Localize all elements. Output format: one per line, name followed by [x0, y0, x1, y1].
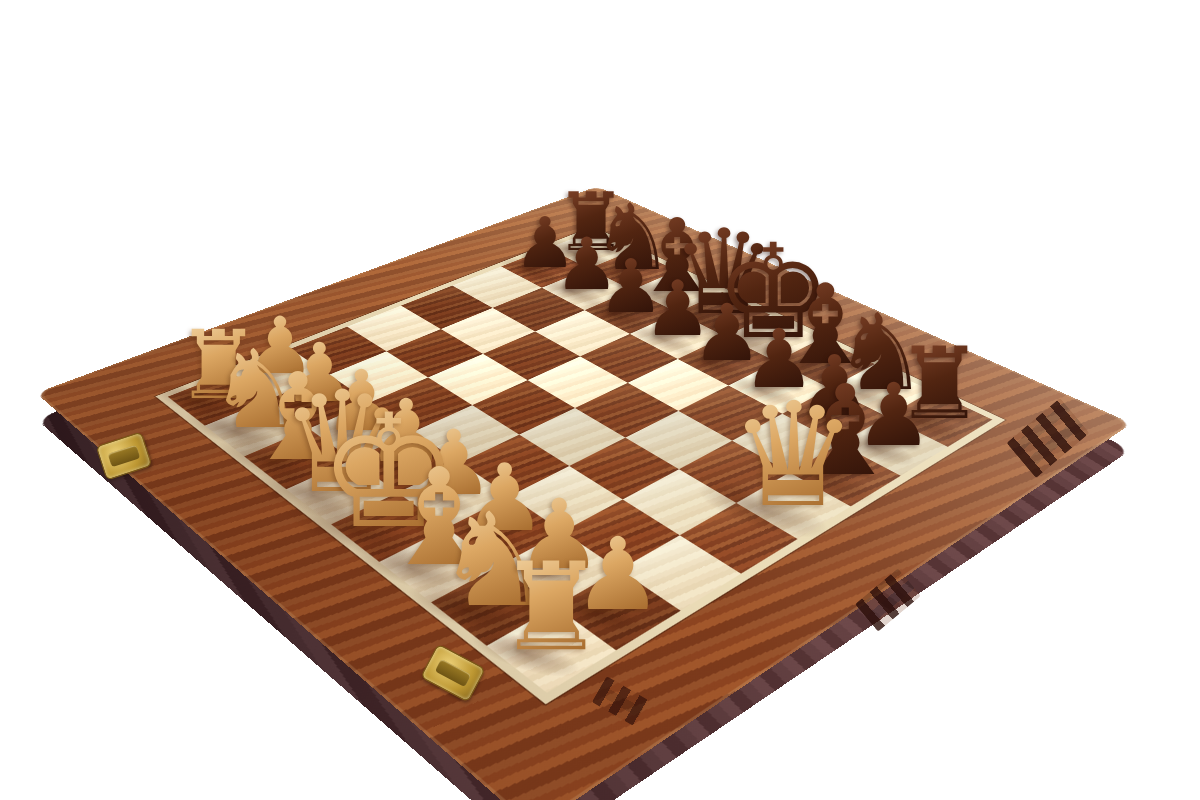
- product-photo-scene: ♜♞♝♛♚♝♞♜♟♟♟♟♟♟♟♟♝♛♟♟♟♟♟♟♟♟♜♞♝♛♚♝♞♜: [0, 0, 1200, 800]
- brass-latch-bar: [108, 445, 140, 467]
- board-frame: [36, 186, 1132, 800]
- brass-latch-bar: [435, 659, 471, 687]
- board-wrap: [36, 186, 1132, 800]
